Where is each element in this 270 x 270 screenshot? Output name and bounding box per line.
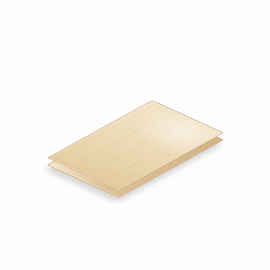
product-photo (0, 0, 270, 270)
